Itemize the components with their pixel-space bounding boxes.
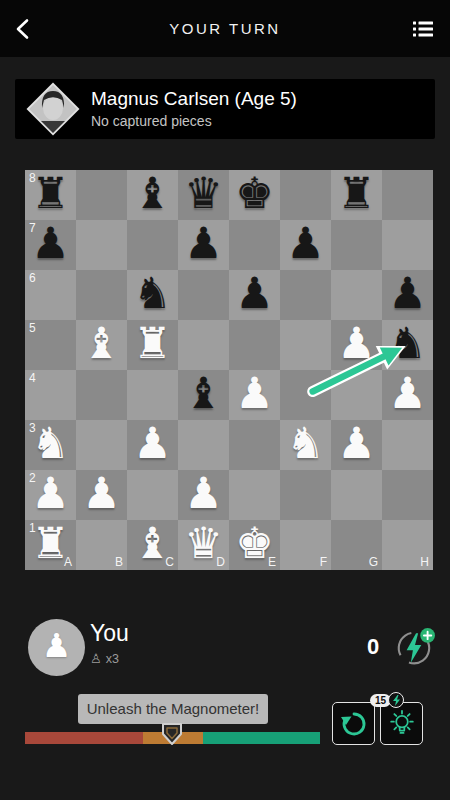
square-g6[interactable] bbox=[331, 270, 382, 320]
square-h4[interactable]: ♟ bbox=[382, 370, 433, 420]
square-f8[interactable] bbox=[280, 170, 331, 220]
square-d2[interactable]: ♟ bbox=[178, 470, 229, 520]
square-c3[interactable]: ♟ bbox=[127, 420, 178, 470]
white-pawn[interactable]: ♟ bbox=[184, 472, 223, 515]
file-label-g: G bbox=[369, 555, 378, 569]
square-g7[interactable] bbox=[331, 220, 382, 270]
file-label-e: E bbox=[268, 555, 276, 569]
hint-button[interactable] bbox=[380, 702, 423, 745]
square-f3[interactable]: ♞ bbox=[280, 420, 331, 470]
white-knight[interactable]: ♞ bbox=[31, 422, 70, 465]
white-pawn[interactable]: ♟ bbox=[388, 372, 427, 415]
white-pawn-avatar-icon: ♟ bbox=[42, 626, 72, 665]
square-c7[interactable] bbox=[127, 220, 178, 270]
square-g2[interactable] bbox=[331, 470, 382, 520]
black-pawn[interactable]: ♟ bbox=[388, 272, 427, 315]
file-label-d: D bbox=[216, 555, 225, 569]
square-e3[interactable] bbox=[229, 420, 280, 470]
square-a6[interactable]: 6 bbox=[25, 270, 76, 320]
energy-button[interactable] bbox=[394, 626, 436, 668]
square-e7[interactable] bbox=[229, 220, 280, 270]
square-a2[interactable]: 2♟ bbox=[25, 470, 76, 520]
square-g8[interactable]: ♜ bbox=[331, 170, 382, 220]
square-h6[interactable]: ♟ bbox=[382, 270, 433, 320]
square-b4[interactable] bbox=[76, 370, 127, 420]
square-h7[interactable] bbox=[382, 220, 433, 270]
square-b5[interactable]: ♝ bbox=[76, 320, 127, 370]
magnometer-tooltip: Unleash the Magnometer! bbox=[78, 694, 268, 724]
energy-score: 0 bbox=[360, 634, 386, 660]
square-c6[interactable]: ♞ bbox=[127, 270, 178, 320]
page-title: YOUR TURN bbox=[0, 20, 450, 37]
rank-label-2: 2 bbox=[29, 471, 36, 485]
square-a7[interactable]: 7♟ bbox=[25, 220, 76, 270]
file-label-c: C bbox=[165, 555, 174, 569]
black-pawn[interactable]: ♟ bbox=[31, 222, 70, 265]
opponent-name: Magnus Carlsen (Age 5) bbox=[91, 88, 297, 110]
square-d4[interactable]: ♝ bbox=[178, 370, 229, 420]
square-c4[interactable] bbox=[127, 370, 178, 420]
black-knight[interactable]: ♞ bbox=[133, 272, 172, 315]
square-f7[interactable]: ♟ bbox=[280, 220, 331, 270]
black-bishop[interactable]: ♝ bbox=[184, 372, 223, 415]
square-g3[interactable]: ♟ bbox=[331, 420, 382, 470]
square-e5[interactable] bbox=[229, 320, 280, 370]
square-h1[interactable]: H bbox=[382, 520, 433, 570]
square-g5[interactable]: ♟ bbox=[331, 320, 382, 370]
square-h2[interactable] bbox=[382, 470, 433, 520]
opponent-card: Magnus Carlsen (Age 5) No captured piece… bbox=[15, 79, 435, 139]
opponent-captured-text: No captured pieces bbox=[91, 113, 212, 129]
square-a8[interactable]: 8♜ bbox=[25, 170, 76, 220]
lightning-plus-icon bbox=[394, 626, 436, 668]
undo-icon bbox=[339, 709, 369, 739]
tooltip-text: Unleash the Magnometer! bbox=[87, 700, 260, 717]
list-icon bbox=[412, 18, 434, 40]
square-d8[interactable]: ♛ bbox=[178, 170, 229, 220]
square-h8[interactable] bbox=[382, 170, 433, 220]
square-b2[interactable]: ♟ bbox=[76, 470, 127, 520]
white-pawn[interactable]: ♟ bbox=[235, 372, 274, 415]
rank-label-1: 1 bbox=[29, 521, 36, 535]
square-b7[interactable] bbox=[76, 220, 127, 270]
magnometer-bar bbox=[25, 732, 320, 744]
square-f6[interactable] bbox=[280, 270, 331, 320]
black-rook[interactable]: ♜ bbox=[337, 172, 376, 215]
chess-board[interactable]: 8♜♝♛♚♜7♟♟♟6♞♟♟5♝♜♟♞4♝♟♟3♞♟♞♟2♟♟♟1A♜BC♝D♛… bbox=[25, 170, 433, 570]
rank-label-3: 3 bbox=[29, 421, 36, 435]
shield-marker-icon bbox=[161, 722, 183, 746]
black-queen[interactable]: ♛ bbox=[184, 172, 223, 215]
square-h5[interactable]: ♞ bbox=[382, 320, 433, 370]
app-screen: YOUR TURN Magnus Carlsen (Age 5) bbox=[0, 0, 450, 800]
white-pawn[interactable]: ♟ bbox=[337, 322, 376, 365]
undo-button[interactable] bbox=[332, 702, 375, 745]
square-b6[interactable] bbox=[76, 270, 127, 320]
lightbulb-icon bbox=[385, 707, 419, 741]
square-e2[interactable] bbox=[229, 470, 280, 520]
square-a5[interactable]: 5 bbox=[25, 320, 76, 370]
white-knight[interactable]: ♞ bbox=[286, 422, 325, 465]
player-name: You bbox=[90, 620, 129, 647]
white-pawn[interactable]: ♟ bbox=[337, 422, 376, 465]
captured-count: x3 bbox=[106, 652, 119, 666]
white-pawn[interactable]: ♟ bbox=[82, 472, 121, 515]
black-bishop[interactable]: ♝ bbox=[133, 172, 172, 215]
black-rook[interactable]: ♜ bbox=[31, 172, 70, 215]
square-b8[interactable] bbox=[76, 170, 127, 220]
rank-label-8: 8 bbox=[29, 171, 36, 185]
magnometer-segment-0 bbox=[25, 732, 143, 744]
file-label-b: B bbox=[115, 555, 123, 569]
file-label-a: A bbox=[64, 555, 72, 569]
captured-pawn-icon: ♙ bbox=[90, 651, 102, 666]
square-e4[interactable]: ♟ bbox=[229, 370, 280, 420]
square-a1[interactable]: 1A♜ bbox=[25, 520, 76, 570]
white-rook[interactable]: ♜ bbox=[133, 322, 172, 365]
square-b1[interactable]: B bbox=[76, 520, 127, 570]
square-f4[interactable] bbox=[280, 370, 331, 420]
opponent-avatar bbox=[26, 82, 80, 136]
square-c8[interactable]: ♝ bbox=[127, 170, 178, 220]
square-e8[interactable]: ♚ bbox=[229, 170, 280, 220]
black-king[interactable]: ♚ bbox=[235, 172, 274, 215]
white-pawn[interactable]: ♟ bbox=[31, 472, 70, 515]
rank-label-4: 4 bbox=[29, 371, 36, 385]
square-b3[interactable] bbox=[76, 420, 127, 470]
square-d5[interactable] bbox=[178, 320, 229, 370]
rank-label-7: 7 bbox=[29, 221, 36, 235]
square-d1[interactable]: D♛ bbox=[178, 520, 229, 570]
square-c5[interactable]: ♜ bbox=[127, 320, 178, 370]
file-label-h: H bbox=[420, 555, 429, 569]
move-list-button[interactable] bbox=[412, 18, 434, 40]
white-bishop[interactable]: ♝ bbox=[82, 322, 121, 365]
square-a3[interactable]: 3♞ bbox=[25, 420, 76, 470]
square-f2[interactable] bbox=[280, 470, 331, 520]
black-pawn[interactable]: ♟ bbox=[286, 222, 325, 265]
top-bar: YOUR TURN bbox=[0, 0, 450, 57]
black-pawn[interactable]: ♟ bbox=[235, 272, 274, 315]
player-avatar: ♟ bbox=[28, 619, 85, 676]
square-d7[interactable]: ♟ bbox=[178, 220, 229, 270]
bolt-badge-icon bbox=[388, 692, 404, 708]
board-grid: 8♜♝♛♚♜7♟♟♟6♞♟♟5♝♜♟♞4♝♟♟3♞♟♞♟2♟♟♟1A♜BC♝D♛… bbox=[25, 170, 433, 570]
square-f1[interactable]: F bbox=[280, 520, 331, 570]
square-e1[interactable]: E♚ bbox=[229, 520, 280, 570]
square-f5[interactable] bbox=[280, 320, 331, 370]
player-captured-pieces: ♙ x3 bbox=[90, 651, 119, 666]
black-pawn[interactable]: ♟ bbox=[184, 222, 223, 265]
rank-label-5: 5 bbox=[29, 321, 36, 335]
square-c2[interactable] bbox=[127, 470, 178, 520]
white-pawn[interactable]: ♟ bbox=[133, 422, 172, 465]
magnometer-segment-2 bbox=[203, 732, 320, 744]
square-d3[interactable] bbox=[178, 420, 229, 470]
square-d6[interactable] bbox=[178, 270, 229, 320]
square-g4[interactable] bbox=[331, 370, 382, 420]
square-a4[interactable]: 4 bbox=[25, 370, 76, 420]
square-g1[interactable]: G bbox=[331, 520, 382, 570]
square-e6[interactable]: ♟ bbox=[229, 270, 280, 320]
square-h3[interactable] bbox=[382, 420, 433, 470]
black-knight[interactable]: ♞ bbox=[388, 322, 427, 365]
hint-count-badge: 15 bbox=[370, 692, 404, 708]
rank-label-6: 6 bbox=[29, 271, 36, 285]
file-label-f: F bbox=[320, 555, 327, 569]
square-c1[interactable]: C♝ bbox=[127, 520, 178, 570]
